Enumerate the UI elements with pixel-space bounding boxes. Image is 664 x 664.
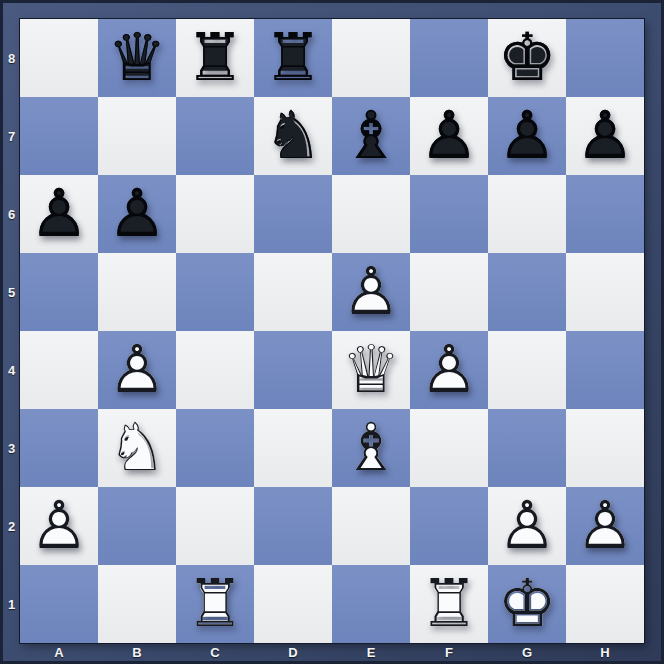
square-g3[interactable] (488, 409, 566, 487)
rank-label-8: 8 (3, 19, 20, 97)
square-a8[interactable] (20, 19, 98, 97)
square-a7[interactable] (20, 97, 98, 175)
square-e1[interactable] (332, 565, 410, 643)
chessboard: 87654321 ♛♕♜♖♜♖♚♔♞♘♝♗♟♙♟♙♟♙♟♙♟♙♟♙♟♙♛♕♟♙♞… (0, 0, 664, 664)
square-c4[interactable] (176, 331, 254, 409)
file-label-d: D (254, 643, 332, 661)
square-a6[interactable]: ♟♙ (20, 175, 98, 253)
pawn-glyph-outline: ♙ (566, 487, 644, 565)
square-e5[interactable]: ♟♙ (332, 253, 410, 331)
square-b4[interactable]: ♟♙ (98, 331, 176, 409)
square-b6[interactable]: ♟♙ (98, 175, 176, 253)
white-pawn[interactable]: ♟♙ (98, 331, 176, 409)
black-knight[interactable]: ♞♘ (254, 97, 332, 175)
black-rook[interactable]: ♜♖ (176, 19, 254, 97)
pawn-glyph-outline: ♙ (488, 487, 566, 565)
square-h4[interactable] (566, 331, 644, 409)
white-pawn[interactable]: ♟♙ (488, 487, 566, 565)
queen-glyph-outline: ♕ (332, 331, 410, 409)
black-king[interactable]: ♚♔ (488, 19, 566, 97)
square-e2[interactable] (332, 487, 410, 565)
square-e7[interactable]: ♝♗ (332, 97, 410, 175)
square-d8[interactable]: ♜♖ (254, 19, 332, 97)
white-bishop[interactable]: ♝♗ (332, 409, 410, 487)
square-f6[interactable] (410, 175, 488, 253)
rank-label-7: 7 (3, 97, 20, 175)
square-h6[interactable] (566, 175, 644, 253)
rook-glyph-outline: ♖ (176, 565, 254, 643)
rank-labels: 87654321 (3, 19, 20, 643)
square-c5[interactable] (176, 253, 254, 331)
square-b2[interactable] (98, 487, 176, 565)
black-rook[interactable]: ♜♖ (254, 19, 332, 97)
square-b8[interactable]: ♛♕ (98, 19, 176, 97)
white-pawn[interactable]: ♟♙ (332, 253, 410, 331)
square-d2[interactable] (254, 487, 332, 565)
square-d3[interactable] (254, 409, 332, 487)
square-c1[interactable]: ♜♖ (176, 565, 254, 643)
white-pawn[interactable]: ♟♙ (410, 331, 488, 409)
white-rook[interactable]: ♜♖ (410, 565, 488, 643)
square-g5[interactable] (488, 253, 566, 331)
file-label-a: A (20, 643, 98, 661)
square-d1[interactable] (254, 565, 332, 643)
queen-glyph-outline: ♕ (98, 19, 176, 97)
square-b7[interactable] (98, 97, 176, 175)
bishop-glyph-outline: ♗ (332, 97, 410, 175)
pawn-glyph-outline: ♙ (20, 175, 98, 253)
rook-glyph-outline: ♖ (176, 19, 254, 97)
square-g6[interactable] (488, 175, 566, 253)
black-pawn[interactable]: ♟♙ (98, 175, 176, 253)
square-a3[interactable] (20, 409, 98, 487)
pawn-glyph-outline: ♙ (488, 97, 566, 175)
file-label-g: G (488, 643, 566, 661)
black-pawn[interactable]: ♟♙ (410, 97, 488, 175)
white-rook[interactable]: ♜♖ (176, 565, 254, 643)
square-a4[interactable] (20, 331, 98, 409)
file-labels: ABCDEFGH (20, 643, 644, 661)
rank-label-4: 4 (3, 331, 20, 409)
square-f1[interactable]: ♜♖ (410, 565, 488, 643)
square-c8[interactable]: ♜♖ (176, 19, 254, 97)
rank-label-5: 5 (3, 253, 20, 331)
pawn-glyph-outline: ♙ (98, 331, 176, 409)
black-pawn[interactable]: ♟♙ (20, 175, 98, 253)
square-b5[interactable] (98, 253, 176, 331)
file-label-b: B (98, 643, 176, 661)
white-king[interactable]: ♚♔ (488, 565, 566, 643)
square-d7[interactable]: ♞♘ (254, 97, 332, 175)
rank-label-2: 2 (3, 487, 20, 565)
square-d5[interactable] (254, 253, 332, 331)
square-h3[interactable] (566, 409, 644, 487)
pawn-glyph-outline: ♙ (410, 331, 488, 409)
square-g7[interactable]: ♟♙ (488, 97, 566, 175)
black-bishop[interactable]: ♝♗ (332, 97, 410, 175)
file-label-f: F (410, 643, 488, 661)
square-f2[interactable] (410, 487, 488, 565)
square-g8[interactable]: ♚♔ (488, 19, 566, 97)
square-f3[interactable] (410, 409, 488, 487)
square-a5[interactable] (20, 253, 98, 331)
square-e3[interactable]: ♝♗ (332, 409, 410, 487)
white-pawn[interactable]: ♟♙ (20, 487, 98, 565)
pawn-glyph-outline: ♙ (566, 97, 644, 175)
pawn-glyph-outline: ♙ (410, 97, 488, 175)
king-glyph-outline: ♔ (488, 19, 566, 97)
square-a2[interactable]: ♟♙ (20, 487, 98, 565)
knight-glyph-outline: ♘ (98, 409, 176, 487)
black-pawn[interactable]: ♟♙ (488, 97, 566, 175)
square-f7[interactable]: ♟♙ (410, 97, 488, 175)
knight-glyph-outline: ♘ (254, 97, 332, 175)
square-c7[interactable] (176, 97, 254, 175)
king-glyph-outline: ♔ (488, 565, 566, 643)
rook-glyph-outline: ♖ (410, 565, 488, 643)
rank-label-6: 6 (3, 175, 20, 253)
square-c3[interactable] (176, 409, 254, 487)
white-knight[interactable]: ♞♘ (98, 409, 176, 487)
rank-label-1: 1 (3, 565, 20, 643)
square-a1[interactable] (20, 565, 98, 643)
square-d4[interactable] (254, 331, 332, 409)
pawn-glyph-outline: ♙ (98, 175, 176, 253)
bishop-glyph-outline: ♗ (332, 409, 410, 487)
file-label-h: H (566, 643, 644, 661)
square-g1[interactable]: ♚♔ (488, 565, 566, 643)
square-h8[interactable] (566, 19, 644, 97)
square-c2[interactable] (176, 487, 254, 565)
rook-glyph-outline: ♖ (254, 19, 332, 97)
square-h5[interactable] (566, 253, 644, 331)
square-e6[interactable] (332, 175, 410, 253)
square-e8[interactable] (332, 19, 410, 97)
square-c6[interactable] (176, 175, 254, 253)
pawn-glyph-outline: ♙ (20, 487, 98, 565)
square-g2[interactable]: ♟♙ (488, 487, 566, 565)
square-d6[interactable] (254, 175, 332, 253)
square-f8[interactable] (410, 19, 488, 97)
square-b3[interactable]: ♞♘ (98, 409, 176, 487)
white-queen[interactable]: ♛♕ (332, 331, 410, 409)
square-h7[interactable]: ♟♙ (566, 97, 644, 175)
file-label-c: C (176, 643, 254, 661)
board-grid: ♛♕♜♖♜♖♚♔♞♘♝♗♟♙♟♙♟♙♟♙♟♙♟♙♟♙♛♕♟♙♞♘♝♗♟♙♟♙♟♙… (20, 19, 644, 643)
square-g4[interactable] (488, 331, 566, 409)
pawn-glyph-outline: ♙ (332, 253, 410, 331)
square-f5[interactable] (410, 253, 488, 331)
file-label-e: E (332, 643, 410, 661)
rank-label-3: 3 (3, 409, 20, 487)
square-f4[interactable]: ♟♙ (410, 331, 488, 409)
black-pawn[interactable]: ♟♙ (566, 97, 644, 175)
square-b1[interactable] (98, 565, 176, 643)
square-h2[interactable]: ♟♙ (566, 487, 644, 565)
black-queen[interactable]: ♛♕ (98, 19, 176, 97)
square-e4[interactable]: ♛♕ (332, 331, 410, 409)
white-pawn[interactable]: ♟♙ (566, 487, 644, 565)
square-h1[interactable] (566, 565, 644, 643)
